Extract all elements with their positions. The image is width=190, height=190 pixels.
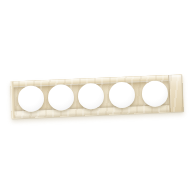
fixture-right-end-cap — [168, 75, 183, 113]
product-photo-canvas — [0, 0, 190, 190]
vanity-light-fixture — [10, 75, 183, 119]
